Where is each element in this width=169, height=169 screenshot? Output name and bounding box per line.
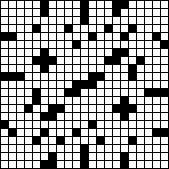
- white-cell-r2c15[interactable]: [121, 17, 128, 24]
- white-cell-r11c7[interactable]: [57, 89, 64, 96]
- white-cell-r18c18[interactable]: [145, 145, 152, 152]
- white-cell-r15c6[interactable]: [49, 121, 56, 128]
- white-cell-r8c10[interactable]: [81, 65, 88, 72]
- white-cell-r0c20[interactable]: [161, 1, 168, 8]
- white-cell-r1c4[interactable]: [33, 9, 40, 16]
- white-cell-r10c18[interactable]: [145, 81, 152, 88]
- white-cell-r18c15[interactable]: [121, 145, 128, 152]
- white-cell-r5c16[interactable]: [129, 41, 136, 48]
- white-cell-r11c12[interactable]: [97, 89, 104, 96]
- white-cell-r18c19[interactable]: [153, 145, 160, 152]
- white-cell-r9c7[interactable]: [57, 73, 64, 80]
- white-cell-r14c19[interactable]: [153, 113, 160, 120]
- white-cell-r17c9[interactable]: [73, 137, 80, 144]
- white-cell-r17c13[interactable]: [105, 137, 112, 144]
- white-cell-r17c20[interactable]: [161, 137, 168, 144]
- white-cell-r17c2[interactable]: [17, 137, 24, 144]
- white-cell-r12c10[interactable]: [81, 97, 88, 104]
- white-cell-r0c0[interactable]: [1, 1, 8, 8]
- white-cell-r12c7[interactable]: [57, 97, 64, 104]
- white-cell-r4c13[interactable]: [105, 33, 112, 40]
- white-cell-r14c14[interactable]: [113, 113, 120, 120]
- white-cell-r13c9[interactable]: [73, 105, 80, 112]
- white-cell-r4c7[interactable]: [57, 33, 64, 40]
- white-cell-r1c17[interactable]: [137, 9, 144, 16]
- white-cell-r15c3[interactable]: [25, 121, 32, 128]
- white-cell-r8c17[interactable]: [137, 65, 144, 72]
- white-cell-r5c18[interactable]: [145, 41, 152, 48]
- white-cell-r19c4[interactable]: [33, 153, 40, 160]
- white-cell-r5c3[interactable]: [25, 41, 32, 48]
- white-cell-r19c8[interactable]: [65, 153, 72, 160]
- white-cell-r2c0[interactable]: [1, 17, 8, 24]
- white-cell-r1c20[interactable]: [161, 9, 168, 16]
- white-cell-r16c10[interactable]: [81, 129, 88, 136]
- white-cell-r19c9[interactable]: [73, 153, 80, 160]
- white-cell-r19c12[interactable]: [97, 153, 104, 160]
- white-cell-r5c12[interactable]: [97, 41, 104, 48]
- white-cell-r0c12[interactable]: [97, 1, 104, 8]
- white-cell-r17c5[interactable]: [41, 137, 48, 144]
- white-cell-r3c18[interactable]: [145, 25, 152, 32]
- white-cell-r0c19[interactable]: [153, 1, 160, 8]
- white-cell-r5c15[interactable]: [121, 41, 128, 48]
- white-cell-r6c0[interactable]: [1, 49, 8, 56]
- white-cell-r17c19[interactable]: [153, 137, 160, 144]
- white-cell-r9c15[interactable]: [121, 73, 128, 80]
- white-cell-r7c18[interactable]: [145, 57, 152, 64]
- white-cell-r1c7[interactable]: [57, 9, 64, 16]
- white-cell-r18c4[interactable]: [33, 145, 40, 152]
- white-cell-r12c19[interactable]: [153, 97, 160, 104]
- white-cell-r18c16[interactable]: [129, 145, 136, 152]
- white-cell-r13c2[interactable]: [17, 105, 24, 112]
- white-cell-r14c12[interactable]: [97, 113, 104, 120]
- white-cell-r4c8[interactable]: [65, 33, 72, 40]
- white-cell-r5c19[interactable]: [153, 41, 160, 48]
- white-cell-r3c2[interactable]: [17, 25, 24, 32]
- white-cell-r1c11[interactable]: [89, 9, 96, 16]
- white-cell-r14c8[interactable]: [65, 113, 72, 120]
- white-cell-r6c10[interactable]: [81, 49, 88, 56]
- white-cell-r15c12[interactable]: [97, 121, 104, 128]
- white-cell-r3c17[interactable]: [137, 25, 144, 32]
- white-cell-r12c14[interactable]: [113, 97, 120, 104]
- white-cell-r13c19[interactable]: [153, 105, 160, 112]
- white-cell-r5c1[interactable]: [9, 41, 16, 48]
- white-cell-r19c14[interactable]: [113, 153, 120, 160]
- white-cell-r6c8[interactable]: [65, 49, 72, 56]
- white-cell-r20c17[interactable]: [137, 161, 144, 168]
- white-cell-r8c2[interactable]: [17, 65, 24, 72]
- white-cell-r4c5[interactable]: [41, 33, 48, 40]
- white-cell-r11c2[interactable]: [17, 89, 24, 96]
- white-cell-r11c16[interactable]: [129, 89, 136, 96]
- white-cell-r6c16[interactable]: [129, 49, 136, 56]
- white-cell-r3c9[interactable]: [73, 25, 80, 32]
- white-cell-r8c19[interactable]: [153, 65, 160, 72]
- white-cell-r10c7[interactable]: [57, 81, 64, 88]
- white-cell-r15c19[interactable]: [153, 121, 160, 128]
- white-cell-r3c19[interactable]: [153, 25, 160, 32]
- white-cell-r12c12[interactable]: [97, 97, 104, 104]
- white-cell-r12c3[interactable]: [25, 97, 32, 104]
- white-cell-r12c1[interactable]: [9, 97, 16, 104]
- white-cell-r16c8[interactable]: [65, 129, 72, 136]
- white-cell-r12c11[interactable]: [89, 97, 96, 104]
- white-cell-r15c8[interactable]: [65, 121, 72, 128]
- white-cell-r16c15[interactable]: [121, 129, 128, 136]
- white-cell-r1c3[interactable]: [25, 9, 32, 16]
- white-cell-r8c18[interactable]: [145, 65, 152, 72]
- white-cell-r8c12[interactable]: [97, 65, 104, 72]
- white-cell-r6c20[interactable]: [161, 49, 168, 56]
- white-cell-r20c4[interactable]: [33, 161, 40, 168]
- white-cell-r17c1[interactable]: [9, 137, 16, 144]
- white-cell-r0c8[interactable]: [65, 1, 72, 8]
- white-cell-r3c15[interactable]: [121, 25, 128, 32]
- white-cell-r10c4[interactable]: [33, 81, 40, 88]
- white-cell-r6c9[interactable]: [73, 49, 80, 56]
- white-cell-r8c4[interactable]: [33, 65, 40, 72]
- white-cell-r19c11[interactable]: [89, 153, 96, 160]
- white-cell-r2c1[interactable]: [9, 17, 16, 24]
- white-cell-r13c12[interactable]: [97, 105, 104, 112]
- white-cell-r3c7[interactable]: [57, 25, 64, 32]
- white-cell-r18c7[interactable]: [57, 145, 64, 152]
- white-cell-r4c17[interactable]: [137, 33, 144, 40]
- white-cell-r13c17[interactable]: [137, 105, 144, 112]
- white-cell-r16c11[interactable]: [89, 129, 96, 136]
- white-cell-r18c17[interactable]: [137, 145, 144, 152]
- white-cell-r13c1[interactable]: [9, 105, 16, 112]
- white-cell-r14c13[interactable]: [105, 113, 112, 120]
- white-cell-r12c16[interactable]: [129, 97, 136, 104]
- white-cell-r3c0[interactable]: [1, 25, 8, 32]
- white-cell-r9c9[interactable]: [73, 73, 80, 80]
- white-cell-r18c14[interactable]: [113, 145, 120, 152]
- white-cell-r2c12[interactable]: [97, 17, 104, 24]
- white-cell-r12c8[interactable]: [65, 97, 72, 104]
- white-cell-r13c13[interactable]: [105, 105, 112, 112]
- white-cell-r14c1[interactable]: [9, 113, 16, 120]
- white-cell-r16c0[interactable]: [1, 129, 8, 136]
- white-cell-r19c5[interactable]: [41, 153, 48, 160]
- white-cell-r14c11[interactable]: [89, 113, 96, 120]
- white-cell-r4c12[interactable]: [97, 33, 104, 40]
- white-cell-r20c20[interactable]: [161, 161, 168, 168]
- white-cell-r2c4[interactable]: [33, 17, 40, 24]
- white-cell-r2c20[interactable]: [161, 17, 168, 24]
- white-cell-r18c2[interactable]: [17, 145, 24, 152]
- white-cell-r16c4[interactable]: [33, 129, 40, 136]
- white-cell-r12c6[interactable]: [49, 97, 56, 104]
- white-cell-r10c16[interactable]: [129, 81, 136, 88]
- white-cell-r2c9[interactable]: [73, 17, 80, 24]
- white-cell-r9c18[interactable]: [145, 73, 152, 80]
- white-cell-r10c6[interactable]: [49, 81, 56, 88]
- white-cell-r14c16[interactable]: [129, 113, 136, 120]
- white-cell-r11c0[interactable]: [1, 89, 8, 96]
- white-cell-r15c18[interactable]: [145, 121, 152, 128]
- white-cell-r9c13[interactable]: [105, 73, 112, 80]
- white-cell-r2c17[interactable]: [137, 17, 144, 24]
- white-cell-r11c14[interactable]: [113, 89, 120, 96]
- white-cell-r17c3[interactable]: [25, 137, 32, 144]
- white-cell-r2c14[interactable]: [113, 17, 120, 24]
- white-cell-r5c10[interactable]: [81, 41, 88, 48]
- white-cell-r14c18[interactable]: [145, 113, 152, 120]
- white-cell-r10c8[interactable]: [65, 81, 72, 88]
- white-cell-r20c16[interactable]: [129, 161, 136, 168]
- white-cell-r2c8[interactable]: [65, 17, 72, 24]
- white-cell-r3c6[interactable]: [49, 25, 56, 32]
- white-cell-r19c2[interactable]: [17, 153, 24, 160]
- white-cell-r10c17[interactable]: [137, 81, 144, 88]
- white-cell-r16c14[interactable]: [113, 129, 120, 136]
- white-cell-r14c4[interactable]: [33, 113, 40, 120]
- white-cell-r9c8[interactable]: [65, 73, 72, 80]
- white-cell-r16c2[interactable]: [17, 129, 24, 136]
- white-cell-r1c6[interactable]: [49, 9, 56, 16]
- white-cell-r11c11[interactable]: [89, 89, 96, 96]
- white-cell-r6c3[interactable]: [25, 49, 32, 56]
- white-cell-r6c19[interactable]: [153, 49, 160, 56]
- white-cell-r7c8[interactable]: [65, 57, 72, 64]
- white-cell-r4c3[interactable]: [25, 33, 32, 40]
- white-cell-r19c1[interactable]: [9, 153, 16, 160]
- white-cell-r4c14[interactable]: [113, 33, 120, 40]
- white-cell-r16c17[interactable]: [137, 129, 144, 136]
- white-cell-r2c3[interactable]: [25, 17, 32, 24]
- white-cell-r20c14[interactable]: [113, 161, 120, 168]
- white-cell-r1c15[interactable]: [121, 9, 128, 16]
- white-cell-r18c20[interactable]: [161, 145, 168, 152]
- white-cell-r1c19[interactable]: [153, 9, 160, 16]
- white-cell-r13c20[interactable]: [161, 105, 168, 112]
- white-cell-r14c3[interactable]: [25, 113, 32, 120]
- white-cell-r20c19[interactable]: [153, 161, 160, 168]
- white-cell-r5c4[interactable]: [33, 41, 40, 48]
- white-cell-r7c19[interactable]: [153, 57, 160, 64]
- white-cell-r17c14[interactable]: [113, 137, 120, 144]
- white-cell-r12c9[interactable]: [73, 97, 80, 104]
- white-cell-r10c3[interactable]: [25, 81, 32, 88]
- white-cell-r1c8[interactable]: [65, 9, 72, 16]
- white-cell-r0c6[interactable]: [49, 1, 56, 8]
- white-cell-r1c9[interactable]: [73, 9, 80, 16]
- white-cell-r12c2[interactable]: [17, 97, 24, 104]
- white-cell-r2c18[interactable]: [145, 17, 152, 24]
- white-cell-r8c6[interactable]: [49, 65, 56, 72]
- white-cell-r4c9[interactable]: [73, 33, 80, 40]
- white-cell-r14c9[interactable]: [73, 113, 80, 120]
- white-cell-r16c6[interactable]: [49, 129, 56, 136]
- white-cell-r16c16[interactable]: [129, 129, 136, 136]
- white-cell-r12c18[interactable]: [145, 97, 152, 104]
- white-cell-r9c6[interactable]: [49, 73, 56, 80]
- white-cell-r4c18[interactable]: [145, 33, 152, 40]
- white-cell-r1c16[interactable]: [129, 9, 136, 16]
- white-cell-r7c1[interactable]: [9, 57, 16, 64]
- white-cell-r8c7[interactable]: [57, 65, 64, 72]
- white-cell-r10c19[interactable]: [153, 81, 160, 88]
- white-cell-r18c5[interactable]: [41, 145, 48, 152]
- white-cell-r6c1[interactable]: [9, 49, 16, 56]
- white-cell-r16c12[interactable]: [97, 129, 104, 136]
- white-cell-r13c8[interactable]: [65, 105, 72, 112]
- white-cell-r7c0[interactable]: [1, 57, 8, 64]
- white-cell-r7c2[interactable]: [17, 57, 24, 64]
- white-cell-r18c11[interactable]: [89, 145, 96, 152]
- white-cell-r15c2[interactable]: [17, 121, 24, 128]
- white-cell-r0c17[interactable]: [137, 1, 144, 8]
- white-cell-r5c6[interactable]: [49, 41, 56, 48]
- white-cell-r8c9[interactable]: [73, 65, 80, 72]
- white-cell-r5c0[interactable]: [1, 41, 8, 48]
- white-cell-r15c13[interactable]: [105, 121, 112, 128]
- white-cell-r13c10[interactable]: [81, 105, 88, 112]
- white-cell-r20c3[interactable]: [25, 161, 32, 168]
- white-cell-r5c11[interactable]: [89, 41, 96, 48]
- white-cell-r4c4[interactable]: [33, 33, 40, 40]
- white-cell-r10c13[interactable]: [105, 81, 112, 88]
- white-cell-r8c15[interactable]: [121, 65, 128, 72]
- white-cell-r12c17[interactable]: [137, 97, 144, 104]
- white-cell-r18c13[interactable]: [105, 145, 112, 152]
- white-cell-r7c3[interactable]: [25, 57, 32, 64]
- white-cell-r15c15[interactable]: [121, 121, 128, 128]
- white-cell-r9c14[interactable]: [113, 73, 120, 80]
- white-cell-r2c2[interactable]: [17, 17, 24, 24]
- white-cell-r9c19[interactable]: [153, 73, 160, 80]
- white-cell-r3c12[interactable]: [97, 25, 104, 32]
- white-cell-r13c5[interactable]: [41, 105, 48, 112]
- white-cell-r20c2[interactable]: [17, 161, 24, 168]
- white-cell-r19c19[interactable]: [153, 153, 160, 160]
- white-cell-r18c0[interactable]: [1, 145, 8, 152]
- white-cell-r14c17[interactable]: [137, 113, 144, 120]
- white-cell-r20c7[interactable]: [57, 161, 64, 168]
- white-cell-r8c8[interactable]: [65, 65, 72, 72]
- white-cell-r10c20[interactable]: [161, 81, 168, 88]
- white-cell-r4c20[interactable]: [161, 33, 168, 40]
- white-cell-r7c12[interactable]: [97, 57, 104, 64]
- white-cell-r18c12[interactable]: [97, 145, 104, 152]
- white-cell-r7c20[interactable]: [161, 57, 168, 64]
- white-cell-r7c10[interactable]: [81, 57, 88, 64]
- white-cell-r5c17[interactable]: [137, 41, 144, 48]
- white-cell-r10c5[interactable]: [41, 81, 48, 88]
- white-cell-r6c11[interactable]: [89, 49, 96, 56]
- white-cell-r16c3[interactable]: [25, 129, 32, 136]
- white-cell-r11c15[interactable]: [121, 89, 128, 96]
- white-cell-r3c1[interactable]: [9, 25, 16, 32]
- white-cell-r1c12[interactable]: [97, 9, 104, 16]
- white-cell-r20c8[interactable]: [65, 161, 72, 168]
- white-cell-r5c2[interactable]: [17, 41, 24, 48]
- white-cell-r2c5[interactable]: [41, 17, 48, 24]
- white-cell-r18c3[interactable]: [25, 145, 32, 152]
- white-cell-r11c10[interactable]: [81, 89, 88, 96]
- white-cell-r15c7[interactable]: [57, 121, 64, 128]
- white-cell-r2c7[interactable]: [57, 17, 64, 24]
- white-cell-r10c1[interactable]: [9, 81, 16, 88]
- white-cell-r10c2[interactable]: [17, 81, 24, 88]
- white-cell-r8c3[interactable]: [25, 65, 32, 72]
- white-cell-r5c8[interactable]: [65, 41, 72, 48]
- white-cell-r17c0[interactable]: [1, 137, 8, 144]
- white-cell-r19c17[interactable]: [137, 153, 144, 160]
- white-cell-r8c14[interactable]: [113, 65, 120, 72]
- white-cell-r6c18[interactable]: [145, 49, 152, 56]
- white-cell-r3c20[interactable]: [161, 25, 168, 32]
- white-cell-r13c4[interactable]: [33, 105, 40, 112]
- white-cell-r19c20[interactable]: [161, 153, 168, 160]
- white-cell-r15c1[interactable]: [9, 121, 16, 128]
- white-cell-r6c17[interactable]: [137, 49, 144, 56]
- white-cell-r2c16[interactable]: [129, 17, 136, 24]
- white-cell-r0c3[interactable]: [25, 1, 32, 8]
- white-cell-r19c16[interactable]: [129, 153, 136, 160]
- white-cell-r5c7[interactable]: [57, 41, 64, 48]
- white-cell-r11c5[interactable]: [41, 89, 48, 96]
- white-cell-r9c10[interactable]: [81, 73, 88, 80]
- white-cell-r4c2[interactable]: [17, 33, 24, 40]
- white-cell-r16c7[interactable]: [57, 129, 64, 136]
- white-cell-r5c13[interactable]: [105, 41, 112, 48]
- white-cell-r2c13[interactable]: [105, 17, 112, 24]
- white-cell-r6c6[interactable]: [49, 49, 56, 56]
- white-cell-r18c1[interactable]: [9, 145, 16, 152]
- white-cell-r7c9[interactable]: [73, 57, 80, 64]
- white-cell-r6c7[interactable]: [57, 49, 64, 56]
- white-cell-r5c14[interactable]: [113, 41, 120, 48]
- white-cell-r11c13[interactable]: [105, 89, 112, 96]
- white-cell-r10c0[interactable]: [1, 81, 8, 88]
- white-cell-r18c9[interactable]: [73, 145, 80, 152]
- white-cell-r10c15[interactable]: [121, 81, 128, 88]
- white-cell-r11c6[interactable]: [49, 89, 56, 96]
- white-cell-r19c3[interactable]: [25, 153, 32, 160]
- white-cell-r12c20[interactable]: [161, 97, 168, 104]
- white-cell-r4c6[interactable]: [49, 33, 56, 40]
- white-cell-r0c4[interactable]: [33, 1, 40, 8]
- white-cell-r0c9[interactable]: [73, 1, 80, 8]
- white-cell-r2c6[interactable]: [49, 17, 56, 24]
- white-cell-r20c13[interactable]: [105, 161, 112, 168]
- white-cell-r9c4[interactable]: [33, 73, 40, 80]
- white-cell-r13c18[interactable]: [145, 105, 152, 112]
- white-cell-r8c11[interactable]: [89, 65, 96, 72]
- white-cell-r19c13[interactable]: [105, 153, 112, 160]
- white-cell-r3c10[interactable]: [81, 25, 88, 32]
- white-cell-r20c9[interactable]: [73, 161, 80, 168]
- white-cell-r3c3[interactable]: [25, 25, 32, 32]
- white-cell-r15c5[interactable]: [41, 121, 48, 128]
- white-cell-r13c0[interactable]: [1, 105, 8, 112]
- white-cell-r17c8[interactable]: [65, 137, 72, 144]
- white-cell-r9c3[interactable]: [25, 73, 32, 80]
- white-cell-r17c18[interactable]: [145, 137, 152, 144]
- white-cell-r18c6[interactable]: [49, 145, 56, 152]
- white-cell-r20c18[interactable]: [145, 161, 152, 168]
- white-cell-r9c5[interactable]: [41, 73, 48, 80]
- white-cell-r8c1[interactable]: [9, 65, 16, 72]
- white-cell-r16c13[interactable]: [105, 129, 112, 136]
- white-cell-r20c1[interactable]: [9, 161, 16, 168]
- white-cell-r0c2[interactable]: [17, 1, 24, 8]
